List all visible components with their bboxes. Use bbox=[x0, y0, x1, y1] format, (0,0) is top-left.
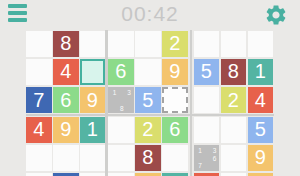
cell-r2c4[interactable]: 6 bbox=[108, 59, 134, 85]
cell-r3c5[interactable]: 5 bbox=[135, 87, 161, 113]
cell-r5c3[interactable] bbox=[80, 145, 106, 171]
timer: 00:42 bbox=[121, 2, 179, 26]
pencil-mark-7: 7 bbox=[197, 162, 204, 169]
cell-r4c4[interactable] bbox=[108, 117, 134, 143]
cell-r1c2[interactable]: 8 bbox=[53, 31, 79, 57]
cell-r3c1[interactable]: 7 bbox=[26, 87, 52, 113]
pencil-mark-1: 1 bbox=[111, 89, 118, 96]
cell-r6c5[interactable] bbox=[135, 173, 161, 176]
cell-r4c8[interactable] bbox=[221, 117, 247, 143]
cell-r5c8[interactable] bbox=[221, 145, 247, 171]
cell-r1c9[interactable] bbox=[248, 31, 274, 57]
cell-r5c9[interactable]: 9 bbox=[248, 145, 274, 171]
cell-r4c3[interactable]: 1 bbox=[80, 117, 106, 143]
hamburger-bar bbox=[8, 4, 27, 8]
cell-r2c5[interactable] bbox=[135, 59, 161, 85]
pencil-mark-8: 8 bbox=[118, 105, 125, 112]
cell-r2c7[interactable]: 5 bbox=[194, 59, 220, 85]
cell-r6c1[interactable] bbox=[26, 173, 52, 176]
cell-r6c6[interactable] bbox=[162, 173, 188, 176]
cell-r2c1[interactable] bbox=[26, 59, 52, 85]
cell-r6c7[interactable] bbox=[194, 173, 220, 176]
cell-r5c5[interactable]: 8 bbox=[135, 145, 161, 171]
cell-r1c5[interactable] bbox=[135, 31, 161, 57]
pencil-mark-1: 1 bbox=[197, 147, 204, 154]
cell-r4c5[interactable]: 2 bbox=[135, 117, 161, 143]
cell-r5c6[interactable] bbox=[162, 145, 188, 171]
cell-r3c8[interactable]: 2 bbox=[221, 87, 247, 113]
cell-r4c2[interactable]: 9 bbox=[53, 117, 79, 143]
cell-r4c6[interactable]: 6 bbox=[162, 117, 188, 143]
cell-r3c3[interactable]: 9 bbox=[80, 87, 106, 113]
cell-r6c4[interactable] bbox=[108, 173, 134, 176]
hamburger-bar bbox=[8, 11, 27, 15]
cell-r1c3[interactable] bbox=[80, 31, 106, 57]
pencil-mark-3: 3 bbox=[211, 147, 218, 154]
cell-r6c9[interactable] bbox=[248, 173, 274, 176]
cell-r2c2[interactable]: 4 bbox=[53, 59, 79, 85]
cell-r1c8[interactable] bbox=[221, 31, 247, 57]
cell-r5c1[interactable] bbox=[26, 145, 52, 171]
cell-r5c2[interactable] bbox=[53, 145, 79, 171]
cell-r6c2[interactable] bbox=[53, 173, 79, 176]
cell-r2c3-selected[interactable] bbox=[80, 59, 106, 85]
pencil-mark-6: 6 bbox=[211, 155, 218, 162]
cell-r5c7[interactable]: 1367 bbox=[194, 145, 220, 171]
cell-r3c2[interactable]: 6 bbox=[53, 87, 79, 113]
pencil-mark-3: 3 bbox=[126, 89, 133, 96]
hamburger-menu-icon[interactable] bbox=[8, 4, 28, 22]
cell-r3c4[interactable]: 138 bbox=[108, 87, 134, 113]
cell-r4c9[interactable]: 5 bbox=[248, 117, 274, 143]
cell-r1c4[interactable] bbox=[108, 31, 134, 57]
cell-r1c6[interactable]: 2 bbox=[162, 31, 188, 57]
settings-gear-icon[interactable] bbox=[264, 3, 288, 27]
cell-r5c4[interactable] bbox=[108, 145, 134, 171]
cell-r1c7[interactable] bbox=[194, 31, 220, 57]
hamburger-bar bbox=[8, 18, 27, 22]
cell-r6c8[interactable] bbox=[221, 173, 247, 176]
cell-r3c7[interactable] bbox=[194, 87, 220, 113]
cell-r3c9[interactable]: 4 bbox=[248, 87, 274, 113]
cell-r2c8[interactable]: 8 bbox=[221, 59, 247, 85]
block-separator-vertical-2 bbox=[190, 30, 193, 176]
cell-r2c6[interactable]: 9 bbox=[162, 59, 188, 85]
cell-r3c6-dashed[interactable] bbox=[162, 87, 188, 113]
cell-r4c1[interactable]: 4 bbox=[26, 117, 52, 143]
cell-r1c1[interactable] bbox=[26, 31, 52, 57]
top-bar: 00:42 bbox=[0, 0, 300, 30]
cell-r6c3[interactable] bbox=[80, 173, 106, 176]
sudoku-app: 00:42 82469581769138524491265813679 bbox=[0, 0, 300, 176]
cell-r2c9[interactable]: 1 bbox=[248, 59, 274, 85]
cell-r4c7[interactable] bbox=[194, 117, 220, 143]
